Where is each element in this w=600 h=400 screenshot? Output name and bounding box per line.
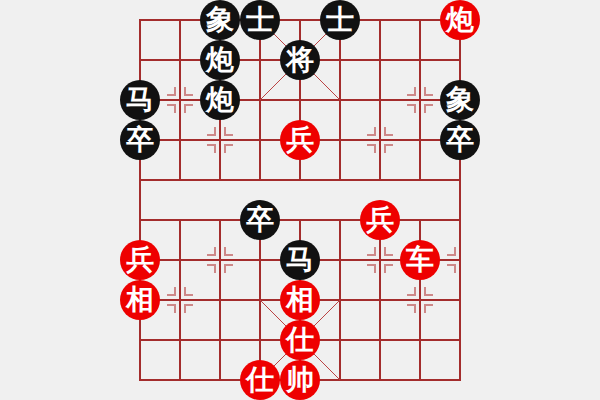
- piece-red-advisor-e8[interactable]: 仕: [280, 320, 320, 360]
- piece-black-cannon-c1[interactable]: 炮: [200, 40, 240, 80]
- piece-black-king-e1[interactable]: 将: [280, 40, 320, 80]
- piece-black-horse-e6[interactable]: 马: [280, 240, 320, 280]
- piece-black-elephant-i2[interactable]: 象: [440, 80, 480, 120]
- piece-black-advisor-d0[interactable]: 士: [240, 0, 280, 40]
- piece-red-pawn-e3[interactable]: 兵: [280, 120, 320, 160]
- piece-black-elephant-c0[interactable]: 象: [200, 0, 240, 40]
- piece-black-advisor-f0[interactable]: 士: [320, 0, 360, 40]
- piece-red-advisor-d9[interactable]: 仕: [240, 360, 280, 400]
- piece-black-cannon-c2[interactable]: 炮: [200, 80, 240, 120]
- xiangqi-app: 象士士炮炮将马炮象卒兵卒卒兵兵马车相相仕仕帅: [0, 0, 600, 400]
- piece-red-pawn-a6[interactable]: 兵: [120, 240, 160, 280]
- piece-red-elephant-e7[interactable]: 相: [280, 280, 320, 320]
- piece-red-king-e9[interactable]: 帅: [280, 360, 320, 400]
- xiangqi-board-pieces: 象士士炮炮将马炮象卒兵卒卒兵兵马车相相仕仕帅: [0, 0, 600, 400]
- piece-red-pawn-g5[interactable]: 兵: [360, 200, 400, 240]
- piece-red-cannon-i0[interactable]: 炮: [440, 0, 480, 40]
- piece-black-horse-a2[interactable]: 马: [120, 80, 160, 120]
- piece-black-pawn-a3[interactable]: 卒: [120, 120, 160, 160]
- piece-red-chariot-h6[interactable]: 车: [400, 240, 440, 280]
- piece-black-pawn-i3[interactable]: 卒: [440, 120, 480, 160]
- piece-black-pawn-d5[interactable]: 卒: [240, 200, 280, 240]
- piece-red-elephant-a7[interactable]: 相: [120, 280, 160, 320]
